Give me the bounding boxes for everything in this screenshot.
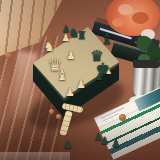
rose-petal <box>112 18 124 27</box>
white-knight-b8: ♞ <box>43 40 55 53</box>
white-pawn-b3: ♟ <box>65 87 75 98</box>
white-pawn-d6: ♟ <box>66 50 76 61</box>
white-bishop-c5: ♝ <box>56 68 69 82</box>
wooden-knob <box>119 114 126 121</box>
rose-petal <box>118 4 133 15</box>
green-pawn-loose: ♟ <box>101 136 110 146</box>
wooden-knob <box>5 52 12 59</box>
white-pawn-d4: ♟ <box>76 79 86 90</box>
rose-petal <box>132 12 149 24</box>
green-pawn-loose: ♟ <box>64 140 73 150</box>
drawer-knob <box>49 109 54 114</box>
green-pawn-h4: ♟ <box>95 73 103 82</box>
table-edge-highlight <box>0 152 70 160</box>
green-pawn-loose: ♟ <box>111 138 121 149</box>
green-bishop-h7: ♝ <box>100 32 113 47</box>
chrome-pot-opening <box>133 60 160 68</box>
drawer-knob <box>56 114 61 119</box>
chess-set-photo: ♞♟♛♟♝♟♟♟♟♞♜♝♛♚♟♟♟♟♟ <box>0 0 160 160</box>
green-rook-f8: ♜ <box>77 30 87 41</box>
